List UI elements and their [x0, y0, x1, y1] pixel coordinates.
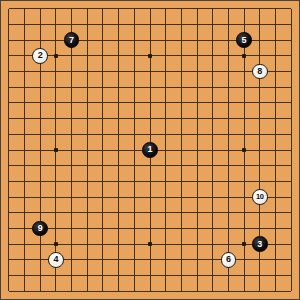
intersection-S13[interactable] — [268, 95, 284, 111]
intersection-N16[interactable] — [189, 48, 205, 64]
intersection-O12[interactable] — [205, 111, 221, 127]
intersection-D16[interactable] — [48, 48, 64, 64]
intersection-F6[interactable] — [79, 205, 95, 221]
intersection-G13[interactable] — [95, 95, 111, 111]
intersection-Q9[interactable] — [236, 158, 252, 174]
intersection-O1[interactable] — [205, 283, 221, 299]
intersection-H12[interactable] — [111, 111, 127, 127]
intersection-D13[interactable] — [48, 95, 64, 111]
intersection-E4[interactable] — [64, 236, 80, 252]
intersection-P12[interactable] — [221, 111, 237, 127]
intersection-P18[interactable] — [221, 17, 237, 33]
intersection-T4[interactable] — [283, 236, 299, 252]
intersection-M4[interactable] — [174, 236, 190, 252]
intersection-C6[interactable] — [32, 205, 48, 221]
intersection-M16[interactable] — [174, 48, 190, 64]
intersection-M8[interactable] — [174, 174, 190, 190]
intersection-L10[interactable] — [158, 142, 174, 158]
intersection-A7[interactable] — [1, 189, 17, 205]
intersection-G10[interactable] — [95, 142, 111, 158]
intersection-H8[interactable] — [111, 174, 127, 190]
intersection-C12[interactable] — [32, 111, 48, 127]
intersection-T3[interactable] — [283, 252, 299, 268]
intersection-D2[interactable] — [48, 268, 64, 284]
intersection-H16[interactable] — [111, 48, 127, 64]
intersection-J15[interactable] — [126, 64, 142, 80]
intersection-K6[interactable] — [142, 205, 158, 221]
intersection-D4[interactable] — [48, 236, 64, 252]
intersection-B1[interactable] — [17, 283, 33, 299]
intersection-Q15[interactable] — [236, 64, 252, 80]
intersection-S3[interactable] — [268, 252, 284, 268]
intersection-L13[interactable] — [158, 95, 174, 111]
intersection-B15[interactable] — [17, 64, 33, 80]
intersection-M11[interactable] — [174, 126, 190, 142]
intersection-T1[interactable] — [283, 283, 299, 299]
intersection-B5[interactable] — [17, 221, 33, 237]
intersection-T5[interactable] — [283, 221, 299, 237]
intersection-J3[interactable] — [126, 252, 142, 268]
intersection-N15[interactable] — [189, 64, 205, 80]
intersection-S9[interactable] — [268, 158, 284, 174]
intersection-D12[interactable] — [48, 111, 64, 127]
intersection-J10[interactable] — [126, 142, 142, 158]
intersection-R6[interactable] — [252, 205, 268, 221]
intersection-N7[interactable] — [189, 189, 205, 205]
intersection-A6[interactable] — [1, 205, 17, 221]
intersection-B8[interactable] — [17, 174, 33, 190]
intersection-L4[interactable] — [158, 236, 174, 252]
intersection-C10[interactable] — [32, 142, 48, 158]
intersection-J6[interactable] — [126, 205, 142, 221]
intersection-C3[interactable] — [32, 252, 48, 268]
intersection-F15[interactable] — [79, 64, 95, 80]
intersection-T14[interactable] — [283, 79, 299, 95]
intersection-Q10[interactable] — [236, 142, 252, 158]
intersection-J18[interactable] — [126, 17, 142, 33]
intersection-A15[interactable] — [1, 64, 17, 80]
intersection-L19[interactable] — [158, 1, 174, 17]
intersection-F9[interactable] — [79, 158, 95, 174]
intersection-F18[interactable] — [79, 17, 95, 33]
intersection-L8[interactable] — [158, 174, 174, 190]
intersection-R18[interactable] — [252, 17, 268, 33]
intersection-B2[interactable] — [17, 268, 33, 284]
intersection-D14[interactable] — [48, 79, 64, 95]
intersection-K13[interactable] — [142, 95, 158, 111]
intersection-T11[interactable] — [283, 126, 299, 142]
intersection-G15[interactable] — [95, 64, 111, 80]
intersection-A16[interactable] — [1, 48, 17, 64]
intersection-R2[interactable] — [252, 268, 268, 284]
intersection-E1[interactable] — [64, 283, 80, 299]
intersection-S4[interactable] — [268, 236, 284, 252]
intersection-L15[interactable] — [158, 64, 174, 80]
intersection-P17[interactable] — [221, 32, 237, 48]
intersection-Q7[interactable] — [236, 189, 252, 205]
intersection-C1[interactable] — [32, 283, 48, 299]
intersection-S5[interactable] — [268, 221, 284, 237]
intersection-E10[interactable] — [64, 142, 80, 158]
intersection-G8[interactable] — [95, 174, 111, 190]
intersection-M7[interactable] — [174, 189, 190, 205]
intersection-G5[interactable] — [95, 221, 111, 237]
intersection-S17[interactable] — [268, 32, 284, 48]
intersection-M13[interactable] — [174, 95, 190, 111]
intersection-C19[interactable] — [32, 1, 48, 17]
intersection-K5[interactable] — [142, 221, 158, 237]
intersection-E8[interactable] — [64, 174, 80, 190]
intersection-T19[interactable] — [283, 1, 299, 17]
intersection-K7[interactable] — [142, 189, 158, 205]
intersection-H6[interactable] — [111, 205, 127, 221]
intersection-H4[interactable] — [111, 236, 127, 252]
intersection-O3[interactable] — [205, 252, 221, 268]
intersection-N8[interactable] — [189, 174, 205, 190]
intersection-P10[interactable] — [221, 142, 237, 158]
intersection-N6[interactable] — [189, 205, 205, 221]
intersection-E11[interactable] — [64, 126, 80, 142]
intersection-B18[interactable] — [17, 17, 33, 33]
intersection-R14[interactable] — [252, 79, 268, 95]
intersection-F11[interactable] — [79, 126, 95, 142]
intersection-K15[interactable] — [142, 64, 158, 80]
intersection-S10[interactable] — [268, 142, 284, 158]
intersection-L14[interactable] — [158, 79, 174, 95]
intersection-B13[interactable] — [17, 95, 33, 111]
intersection-S2[interactable] — [268, 268, 284, 284]
intersection-N19[interactable] — [189, 1, 205, 17]
intersection-E13[interactable] — [64, 95, 80, 111]
intersection-N2[interactable] — [189, 268, 205, 284]
intersection-O2[interactable] — [205, 268, 221, 284]
intersection-C5[interactable] — [32, 221, 48, 237]
intersection-C2[interactable] — [32, 268, 48, 284]
intersection-F16[interactable] — [79, 48, 95, 64]
intersection-F13[interactable] — [79, 95, 95, 111]
intersection-S18[interactable] — [268, 17, 284, 33]
intersection-T6[interactable] — [283, 205, 299, 221]
intersection-N12[interactable] — [189, 111, 205, 127]
intersection-A3[interactable] — [1, 252, 17, 268]
intersection-J14[interactable] — [126, 79, 142, 95]
intersection-C17[interactable] — [32, 32, 48, 48]
intersection-K18[interactable] — [142, 17, 158, 33]
intersection-S8[interactable] — [268, 174, 284, 190]
intersection-E3[interactable] — [64, 252, 80, 268]
intersection-H13[interactable] — [111, 95, 127, 111]
intersection-F12[interactable] — [79, 111, 95, 127]
intersection-T13[interactable] — [283, 95, 299, 111]
intersection-L7[interactable] — [158, 189, 174, 205]
intersection-N11[interactable] — [189, 126, 205, 142]
intersection-N1[interactable] — [189, 283, 205, 299]
intersection-E7[interactable] — [64, 189, 80, 205]
intersection-J9[interactable] — [126, 158, 142, 174]
intersection-Q2[interactable] — [236, 268, 252, 284]
intersection-S19[interactable] — [268, 1, 284, 17]
intersection-E12[interactable] — [64, 111, 80, 127]
intersection-P9[interactable] — [221, 158, 237, 174]
intersection-R15[interactable] — [252, 64, 268, 80]
intersection-B6[interactable] — [17, 205, 33, 221]
intersection-R19[interactable] — [252, 1, 268, 17]
intersection-F3[interactable] — [79, 252, 95, 268]
intersection-P8[interactable] — [221, 174, 237, 190]
intersection-J19[interactable] — [126, 1, 142, 17]
intersection-N14[interactable] — [189, 79, 205, 95]
intersection-E19[interactable] — [64, 1, 80, 17]
intersection-P4[interactable] — [221, 236, 237, 252]
intersection-L16[interactable] — [158, 48, 174, 64]
intersection-F4[interactable] — [79, 236, 95, 252]
intersection-A4[interactable] — [1, 236, 17, 252]
intersection-K10[interactable] — [142, 142, 158, 158]
intersection-R4[interactable] — [252, 236, 268, 252]
intersection-K17[interactable] — [142, 32, 158, 48]
intersection-R17[interactable] — [252, 32, 268, 48]
intersection-F1[interactable] — [79, 283, 95, 299]
intersection-T9[interactable] — [283, 158, 299, 174]
intersection-G19[interactable] — [95, 1, 111, 17]
intersection-O5[interactable] — [205, 221, 221, 237]
intersection-R10[interactable] — [252, 142, 268, 158]
intersection-D8[interactable] — [48, 174, 64, 190]
intersection-O8[interactable] — [205, 174, 221, 190]
intersection-O7[interactable] — [205, 189, 221, 205]
intersection-F5[interactable] — [79, 221, 95, 237]
intersection-S7[interactable] — [268, 189, 284, 205]
intersection-J5[interactable] — [126, 221, 142, 237]
intersection-R1[interactable] — [252, 283, 268, 299]
intersection-P2[interactable] — [221, 268, 237, 284]
intersection-H18[interactable] — [111, 17, 127, 33]
intersection-M19[interactable] — [174, 1, 190, 17]
intersection-S14[interactable] — [268, 79, 284, 95]
intersection-B16[interactable] — [17, 48, 33, 64]
intersection-R7[interactable] — [252, 189, 268, 205]
intersection-Q3[interactable] — [236, 252, 252, 268]
intersection-J7[interactable] — [126, 189, 142, 205]
intersection-Q4[interactable] — [236, 236, 252, 252]
intersection-Q12[interactable] — [236, 111, 252, 127]
intersection-T2[interactable] — [283, 268, 299, 284]
intersection-E17[interactable] — [64, 32, 80, 48]
intersection-B3[interactable] — [17, 252, 33, 268]
intersection-J4[interactable] — [126, 236, 142, 252]
intersection-G7[interactable] — [95, 189, 111, 205]
intersection-L17[interactable] — [158, 32, 174, 48]
intersection-J13[interactable] — [126, 95, 142, 111]
intersection-R8[interactable] — [252, 174, 268, 190]
intersection-L9[interactable] — [158, 158, 174, 174]
intersection-H19[interactable] — [111, 1, 127, 17]
intersection-S1[interactable] — [268, 283, 284, 299]
intersection-M6[interactable] — [174, 205, 190, 221]
intersection-G17[interactable] — [95, 32, 111, 48]
intersection-H15[interactable] — [111, 64, 127, 80]
intersection-G18[interactable] — [95, 17, 111, 33]
intersection-Q18[interactable] — [236, 17, 252, 33]
intersection-A10[interactable] — [1, 142, 17, 158]
intersection-P16[interactable] — [221, 48, 237, 64]
intersection-G1[interactable] — [95, 283, 111, 299]
intersection-D7[interactable] — [48, 189, 64, 205]
intersection-C16[interactable] — [32, 48, 48, 64]
intersection-E18[interactable] — [64, 17, 80, 33]
intersection-D19[interactable] — [48, 1, 64, 17]
intersection-F10[interactable] — [79, 142, 95, 158]
intersection-D6[interactable] — [48, 205, 64, 221]
intersection-N3[interactable] — [189, 252, 205, 268]
intersection-M18[interactable] — [174, 17, 190, 33]
intersection-F17[interactable] — [79, 32, 95, 48]
intersection-A11[interactable] — [1, 126, 17, 142]
intersection-Q17[interactable] — [236, 32, 252, 48]
intersection-B4[interactable] — [17, 236, 33, 252]
intersection-F7[interactable] — [79, 189, 95, 205]
intersection-T10[interactable] — [283, 142, 299, 158]
intersection-C4[interactable] — [32, 236, 48, 252]
intersection-S12[interactable] — [268, 111, 284, 127]
intersection-A9[interactable] — [1, 158, 17, 174]
intersection-S15[interactable] — [268, 64, 284, 80]
intersection-T12[interactable] — [283, 111, 299, 127]
intersection-L2[interactable] — [158, 268, 174, 284]
intersection-B9[interactable] — [17, 158, 33, 174]
intersection-P3[interactable] — [221, 252, 237, 268]
intersection-L3[interactable] — [158, 252, 174, 268]
intersection-K2[interactable] — [142, 268, 158, 284]
intersection-R3[interactable] — [252, 252, 268, 268]
intersection-B12[interactable] — [17, 111, 33, 127]
intersection-G4[interactable] — [95, 236, 111, 252]
intersection-D1[interactable] — [48, 283, 64, 299]
intersection-G16[interactable] — [95, 48, 111, 64]
intersection-K4[interactable] — [142, 236, 158, 252]
intersection-T16[interactable] — [283, 48, 299, 64]
intersection-E9[interactable] — [64, 158, 80, 174]
intersection-Q8[interactable] — [236, 174, 252, 190]
intersection-C18[interactable] — [32, 17, 48, 33]
intersection-D18[interactable] — [48, 17, 64, 33]
intersection-J17[interactable] — [126, 32, 142, 48]
intersection-G3[interactable] — [95, 252, 111, 268]
intersection-G6[interactable] — [95, 205, 111, 221]
intersection-A13[interactable] — [1, 95, 17, 111]
intersection-J11[interactable] — [126, 126, 142, 142]
intersection-N5[interactable] — [189, 221, 205, 237]
intersection-S6[interactable] — [268, 205, 284, 221]
intersection-O18[interactable] — [205, 17, 221, 33]
intersection-G12[interactable] — [95, 111, 111, 127]
intersection-L5[interactable] — [158, 221, 174, 237]
intersection-L1[interactable] — [158, 283, 174, 299]
intersection-T15[interactable] — [283, 64, 299, 80]
intersection-K16[interactable] — [142, 48, 158, 64]
intersection-K19[interactable] — [142, 1, 158, 17]
intersection-O14[interactable] — [205, 79, 221, 95]
intersection-N13[interactable] — [189, 95, 205, 111]
intersection-Q19[interactable] — [236, 1, 252, 17]
intersection-F2[interactable] — [79, 268, 95, 284]
intersection-O10[interactable] — [205, 142, 221, 158]
intersection-L18[interactable] — [158, 17, 174, 33]
intersection-T17[interactable] — [283, 32, 299, 48]
intersection-D11[interactable] — [48, 126, 64, 142]
intersection-Q6[interactable] — [236, 205, 252, 221]
intersection-C11[interactable] — [32, 126, 48, 142]
intersection-D3[interactable] — [48, 252, 64, 268]
intersection-M12[interactable] — [174, 111, 190, 127]
intersection-D17[interactable] — [48, 32, 64, 48]
intersection-C15[interactable] — [32, 64, 48, 80]
intersection-D15[interactable] — [48, 64, 64, 80]
intersection-E2[interactable] — [64, 268, 80, 284]
intersection-N4[interactable] — [189, 236, 205, 252]
intersection-P19[interactable] — [221, 1, 237, 17]
intersection-F8[interactable] — [79, 174, 95, 190]
intersection-M1[interactable] — [174, 283, 190, 299]
intersection-G11[interactable] — [95, 126, 111, 142]
intersection-A2[interactable] — [1, 268, 17, 284]
intersection-A17[interactable] — [1, 32, 17, 48]
intersection-O4[interactable] — [205, 236, 221, 252]
intersection-O13[interactable] — [205, 95, 221, 111]
intersection-H2[interactable] — [111, 268, 127, 284]
intersection-D5[interactable] — [48, 221, 64, 237]
intersection-P14[interactable] — [221, 79, 237, 95]
intersection-P7[interactable] — [221, 189, 237, 205]
intersection-C14[interactable] — [32, 79, 48, 95]
intersection-G9[interactable] — [95, 158, 111, 174]
intersection-N9[interactable] — [189, 158, 205, 174]
intersection-N18[interactable] — [189, 17, 205, 33]
intersection-B10[interactable] — [17, 142, 33, 158]
intersection-B17[interactable] — [17, 32, 33, 48]
intersection-O15[interactable] — [205, 64, 221, 80]
intersection-K12[interactable] — [142, 111, 158, 127]
intersection-Q11[interactable] — [236, 126, 252, 142]
intersection-T18[interactable] — [283, 17, 299, 33]
intersection-K11[interactable] — [142, 126, 158, 142]
intersection-G2[interactable] — [95, 268, 111, 284]
intersection-S16[interactable] — [268, 48, 284, 64]
intersection-G14[interactable] — [95, 79, 111, 95]
intersection-Q16[interactable] — [236, 48, 252, 64]
intersection-K14[interactable] — [142, 79, 158, 95]
intersection-A14[interactable] — [1, 79, 17, 95]
intersection-D9[interactable] — [48, 158, 64, 174]
intersection-B19[interactable] — [17, 1, 33, 17]
intersection-O17[interactable] — [205, 32, 221, 48]
intersection-P13[interactable] — [221, 95, 237, 111]
intersection-H1[interactable] — [111, 283, 127, 299]
intersection-F14[interactable] — [79, 79, 95, 95]
intersection-K1[interactable] — [142, 283, 158, 299]
intersection-C13[interactable] — [32, 95, 48, 111]
intersection-L6[interactable] — [158, 205, 174, 221]
intersection-H11[interactable] — [111, 126, 127, 142]
intersection-B11[interactable] — [17, 126, 33, 142]
intersection-B7[interactable] — [17, 189, 33, 205]
intersection-O6[interactable] — [205, 205, 221, 221]
intersection-R13[interactable] — [252, 95, 268, 111]
intersection-H5[interactable] — [111, 221, 127, 237]
intersection-K9[interactable] — [142, 158, 158, 174]
intersection-M3[interactable] — [174, 252, 190, 268]
intersection-O11[interactable] — [205, 126, 221, 142]
